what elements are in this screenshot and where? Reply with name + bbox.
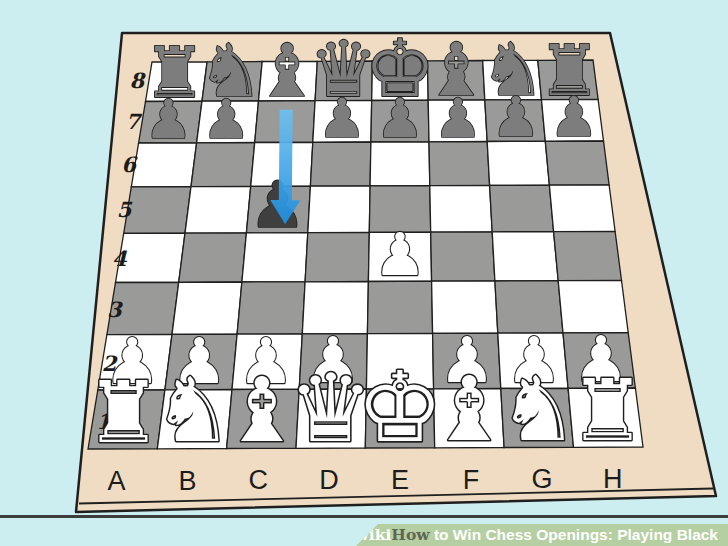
square-b4	[179, 233, 247, 282]
piece-white-rook-h1: ♜	[569, 361, 645, 460]
piece-black-pawn-e7: ♟	[376, 87, 424, 150]
square-f5	[430, 185, 492, 232]
piece-white-bishop-f1: ♝	[429, 357, 509, 461]
caption-title: to Win Chess Openings: Playing Black	[430, 524, 718, 546]
square-b5	[185, 186, 251, 233]
piece-black-pawn-h7: ♟	[549, 85, 598, 149]
square-h5	[549, 185, 615, 232]
piece-black-pawn-g7: ♟	[491, 85, 540, 149]
label-file-a: A	[108, 466, 126, 496]
square-h4	[554, 231, 622, 280]
square-d5	[308, 186, 370, 233]
piece-black-pawn-b7: ♟	[202, 88, 250, 151]
label-rank-3: 3	[107, 297, 124, 322]
label-rank-6: 6	[121, 152, 138, 177]
label-rank-5: 5	[117, 197, 133, 222]
square-a5	[124, 187, 191, 234]
piece-white-knight-g1: ♞	[498, 357, 578, 461]
label-file-f: F	[463, 465, 480, 495]
piece-white-knight-b1: ♞	[153, 358, 233, 462]
wikihow-illustration: ABCDEFGH87654321♜♞♝♛♚♝♞♜♟♟♟♟♟♟♟♟♟♟♟♟♟♟♟♟…	[0, 0, 728, 546]
piece-white-rook-a1: ♜	[86, 363, 162, 462]
label-file-d: D	[319, 465, 339, 495]
label-file-h: H	[603, 464, 623, 494]
piece-black-pawn-a7: ♟	[144, 88, 192, 151]
label-file-b: B	[178, 466, 196, 496]
square-g5	[490, 185, 554, 232]
square-f4	[431, 232, 495, 281]
piece-black-pawn-f7: ♟	[434, 87, 482, 150]
label-file-c: C	[249, 465, 269, 495]
wikihow-caption-banner: wikiHow to Win Chess Openings: Playing B…	[356, 524, 728, 546]
piece-white-pawn-e4: ♟	[374, 220, 427, 289]
square-d4	[305, 232, 369, 281]
label-file-g: G	[531, 464, 552, 494]
brand-how: How	[391, 524, 429, 546]
label-rank-4: 4	[112, 246, 128, 271]
square-g4	[492, 232, 558, 281]
image-bottom-border	[0, 515, 728, 518]
label-rank-7: 7	[125, 109, 142, 134]
piece-black-pawn-d7: ♟	[318, 87, 366, 150]
label-file-e: E	[391, 465, 409, 495]
chess-board-diagram: ABCDEFGH87654321♜♞♝♛♚♝♞♜♟♟♟♟♟♟♟♟♟♟♟♟♟♟♟♟…	[0, 0, 728, 546]
